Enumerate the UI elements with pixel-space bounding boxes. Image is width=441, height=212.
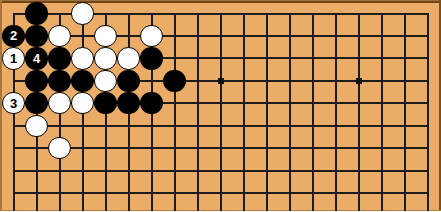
white-stone[interactable]	[25, 115, 47, 137]
black-stone[interactable]	[140, 92, 162, 114]
black-stone[interactable]	[163, 70, 185, 92]
stone-number: 3	[10, 97, 17, 110]
white-stone[interactable]	[71, 2, 93, 24]
white-stone[interactable]	[94, 25, 116, 47]
grid-line-vertical	[427, 13, 429, 212]
black-stone[interactable]	[25, 25, 47, 47]
grid-line-horizontal	[13, 147, 429, 149]
black-stone[interactable]	[71, 70, 93, 92]
black-stone[interactable]: 4	[25, 47, 47, 69]
white-stone[interactable]: 1	[2, 47, 24, 69]
grid-line-vertical	[220, 13, 222, 212]
grid-line-horizontal	[13, 35, 429, 37]
grid-line-vertical	[197, 13, 199, 212]
black-stone[interactable]	[117, 70, 139, 92]
grid-line-vertical	[289, 13, 291, 212]
grid-line-vertical	[312, 13, 314, 212]
grid-line-horizontal	[13, 192, 429, 194]
stone-number: 4	[33, 52, 40, 65]
stone-number: 2	[10, 29, 17, 42]
grid-line-horizontal	[13, 125, 429, 127]
go-board[interactable]: 2143	[0, 0, 441, 211]
white-stone[interactable]	[48, 25, 70, 47]
white-stone[interactable]	[71, 92, 93, 114]
grid-line-vertical	[335, 13, 337, 212]
black-stone[interactable]	[25, 2, 47, 24]
black-stone[interactable]: 2	[2, 25, 24, 47]
black-stone[interactable]	[48, 70, 70, 92]
white-stone[interactable]	[94, 47, 116, 69]
star-point	[356, 78, 362, 84]
grid-line-vertical	[266, 13, 268, 212]
grid-line-horizontal	[13, 170, 429, 172]
white-stone[interactable]	[48, 92, 70, 114]
white-stone[interactable]	[140, 25, 162, 47]
grid-line-vertical	[381, 13, 383, 212]
white-stone[interactable]: 3	[2, 92, 24, 114]
black-stone[interactable]	[140, 47, 162, 69]
black-stone[interactable]	[48, 47, 70, 69]
white-stone[interactable]	[71, 47, 93, 69]
star-point	[218, 78, 224, 84]
white-stone[interactable]	[117, 47, 139, 69]
stone-number: 1	[10, 52, 17, 65]
black-stone[interactable]	[25, 92, 47, 114]
black-stone[interactable]	[94, 92, 116, 114]
grid-line-vertical	[358, 13, 360, 212]
board-frame-top	[0, 0, 441, 3]
white-stone[interactable]	[48, 137, 70, 159]
grid-line-vertical	[174, 13, 176, 212]
black-stone[interactable]	[25, 70, 47, 92]
black-stone[interactable]	[117, 92, 139, 114]
grid-line-vertical	[243, 13, 245, 212]
grid-line-vertical	[404, 13, 406, 212]
white-stone[interactable]	[94, 70, 116, 92]
